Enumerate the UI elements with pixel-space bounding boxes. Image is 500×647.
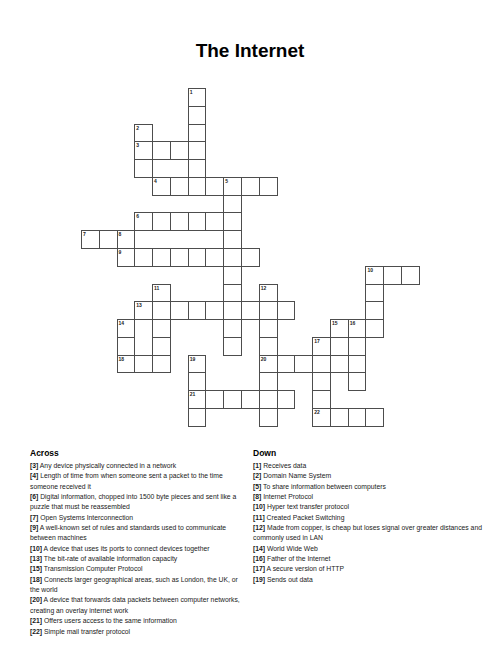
cell-number: 2 bbox=[136, 126, 139, 131]
grid-cell[interactable] bbox=[152, 319, 171, 338]
grid-cell[interactable] bbox=[188, 372, 207, 391]
grid-cell[interactable] bbox=[152, 301, 171, 320]
clue-across-9: [9] A well-known set of rules and standa… bbox=[30, 523, 247, 544]
grid-cell[interactable] bbox=[294, 355, 313, 374]
clue-across-4: [4] Length of time from when someone sen… bbox=[30, 471, 247, 492]
grid-cell[interactable] bbox=[170, 301, 189, 320]
grid-cell[interactable] bbox=[348, 355, 367, 374]
cell-number: 11 bbox=[154, 286, 159, 291]
grid-cell[interactable] bbox=[188, 408, 207, 427]
grid-cell[interactable] bbox=[152, 141, 171, 160]
cell-number: 10 bbox=[367, 268, 373, 273]
grid-cell[interactable] bbox=[170, 141, 189, 160]
grid-cell[interactable] bbox=[223, 266, 242, 285]
clue-across-3: [3] Any device physically connected in a… bbox=[30, 461, 247, 471]
grid-cell[interactable] bbox=[312, 372, 331, 391]
cell-number: 3 bbox=[136, 143, 139, 148]
grid-cell[interactable] bbox=[223, 337, 242, 356]
cell-number: 8 bbox=[119, 232, 122, 237]
clue-across-15: [15] Transmission Computer Protocol bbox=[30, 564, 247, 574]
grid-cell[interactable] bbox=[241, 390, 260, 409]
grid-cell[interactable] bbox=[348, 337, 367, 356]
grid-cell[interactable] bbox=[277, 390, 296, 409]
grid-cell[interactable] bbox=[348, 408, 367, 427]
grid-cell[interactable] bbox=[134, 159, 153, 178]
grid-cell[interactable] bbox=[188, 141, 207, 160]
grid-cell[interactable] bbox=[365, 284, 384, 303]
cell-number: 20 bbox=[261, 357, 267, 362]
clue-across-7: [7] Open Systems Interconnection bbox=[30, 513, 247, 523]
clue-down-10: [10] Hyper text transfer protocol bbox=[253, 502, 485, 512]
grid-cell[interactable] bbox=[188, 177, 207, 196]
grid-cell[interactable] bbox=[259, 390, 278, 409]
grid-cell[interactable] bbox=[383, 266, 402, 285]
clue-across-10: [10] A device that uses its ports to con… bbox=[30, 544, 247, 554]
clue-across-21: [21] Offers users access to the same inf… bbox=[30, 616, 247, 626]
grid-cell[interactable] bbox=[205, 248, 224, 267]
clue-across-22: [22] Simple mail transfer protocol bbox=[30, 627, 247, 637]
across-clues-section: Across [3] Any device physically connect… bbox=[30, 449, 247, 637]
grid-cell[interactable] bbox=[152, 355, 171, 374]
clue-down-19: [19] Sends out data bbox=[253, 575, 485, 585]
cell-number: 17 bbox=[314, 339, 320, 344]
cell-number: 4 bbox=[154, 179, 157, 184]
grid-cell[interactable] bbox=[188, 248, 207, 267]
grid-cell[interactable] bbox=[330, 355, 349, 374]
cell-number: 5 bbox=[225, 179, 228, 184]
grid-cell[interactable] bbox=[188, 124, 207, 143]
grid-cell[interactable] bbox=[134, 355, 153, 374]
clue-down-16: [16] Father of the Internet bbox=[253, 554, 485, 564]
cell-number: 7 bbox=[83, 232, 86, 237]
clue-down-8: [8] Internet Protocol bbox=[253, 492, 485, 502]
grid-cell[interactable] bbox=[223, 390, 242, 409]
grid-cell[interactable] bbox=[259, 177, 278, 196]
grid-cell[interactable] bbox=[223, 248, 242, 267]
page-title: The Internet bbox=[0, 40, 500, 62]
grid-cell[interactable] bbox=[205, 177, 224, 196]
grid-cell[interactable] bbox=[170, 248, 189, 267]
grid-cell[interactable] bbox=[259, 408, 278, 427]
across-header: Across bbox=[30, 449, 247, 458]
grid-cell[interactable] bbox=[348, 372, 367, 391]
grid-cell[interactable] bbox=[277, 355, 296, 374]
across-clue-list: [3] Any device physically connected in a… bbox=[30, 461, 247, 637]
cell-number: 21 bbox=[190, 392, 196, 397]
down-clue-list: [1] Receives data[2] Domain Name System[… bbox=[253, 461, 485, 585]
grid-cell[interactable] bbox=[134, 248, 153, 267]
cell-number: 1 bbox=[190, 90, 193, 95]
clue-down-14: [14] World Wide Web bbox=[253, 544, 485, 554]
clue-down-17: [17] A secure version of HTTP bbox=[253, 564, 485, 574]
grid-cell[interactable] bbox=[401, 266, 420, 285]
grid-cell[interactable] bbox=[241, 248, 260, 267]
clue-across-13: [13] The bit-rate of available informati… bbox=[30, 554, 247, 564]
cell-number: 18 bbox=[119, 357, 125, 362]
clue-down-5: [5] To share information between compute… bbox=[253, 482, 485, 492]
grid-cell[interactable] bbox=[223, 301, 242, 320]
grid-cell[interactable] bbox=[223, 319, 242, 338]
clue-across-6: [6] Digital information, chopped into 15… bbox=[30, 492, 247, 513]
cell-number: 6 bbox=[136, 214, 139, 219]
grid-cell[interactable] bbox=[259, 301, 278, 320]
cell-number: 9 bbox=[119, 250, 122, 255]
cell-number: 14 bbox=[119, 321, 125, 326]
clue-down-12: [12] Made from copper, is cheap but lose… bbox=[253, 523, 485, 544]
grid-cell[interactable] bbox=[365, 408, 384, 427]
grid-cell[interactable] bbox=[241, 177, 260, 196]
grid-cell[interactable] bbox=[170, 177, 189, 196]
grid-cell[interactable] bbox=[223, 195, 242, 214]
grid-cell[interactable] bbox=[312, 355, 331, 374]
grid-cell[interactable] bbox=[259, 319, 278, 338]
grid-cell[interactable] bbox=[241, 301, 260, 320]
cell-number: 16 bbox=[350, 321, 356, 326]
grid-cell[interactable] bbox=[312, 390, 331, 409]
down-header: Down bbox=[253, 449, 485, 458]
clue-down-1: [1] Receives data bbox=[253, 461, 485, 471]
clue-across-18: [18] Connects larger geographical areas,… bbox=[30, 575, 247, 596]
cell-number: 19 bbox=[190, 357, 196, 362]
grid-cell[interactable] bbox=[259, 337, 278, 356]
cell-number: 12 bbox=[261, 286, 267, 291]
grid-cell[interactable] bbox=[188, 212, 207, 231]
grid-cell[interactable] bbox=[117, 337, 136, 356]
grid-cell[interactable] bbox=[259, 372, 278, 391]
grid-cell[interactable] bbox=[152, 248, 171, 267]
grid-cell[interactable] bbox=[205, 390, 224, 409]
cell-number: 15 bbox=[332, 321, 338, 326]
grid-cell[interactable] bbox=[330, 408, 349, 427]
grid-cell[interactable] bbox=[223, 212, 242, 231]
clue-across-20: [20] A device that forwards data packets… bbox=[30, 595, 247, 616]
grid-cell[interactable] bbox=[170, 212, 189, 231]
down-clues-section: Down [1] Receives data[2] Domain Name Sy… bbox=[253, 449, 485, 585]
grid-cell[interactable] bbox=[152, 337, 171, 356]
grid-cell[interactable] bbox=[223, 230, 242, 249]
grid-cell[interactable] bbox=[205, 212, 224, 231]
crossword-grid: 12345678910111213141516171819202122 bbox=[81, 88, 421, 428]
grid-cell[interactable] bbox=[188, 106, 207, 125]
grid-cell[interactable] bbox=[152, 212, 171, 231]
cell-number: 22 bbox=[314, 410, 320, 415]
grid-cell[interactable] bbox=[365, 301, 384, 320]
grid-cell[interactable] bbox=[205, 301, 224, 320]
grid-cell[interactable] bbox=[223, 284, 242, 303]
clue-down-2: [2] Domain Name System bbox=[253, 471, 485, 481]
grid-cell[interactable] bbox=[188, 159, 207, 178]
grid-cell[interactable] bbox=[365, 319, 384, 338]
grid-cell[interactable] bbox=[99, 230, 118, 249]
grid-cell[interactable] bbox=[188, 301, 207, 320]
clue-down-11: [11] Created Packet Switching bbox=[253, 513, 485, 523]
grid-cell[interactable] bbox=[277, 301, 296, 320]
cell-number: 13 bbox=[136, 303, 142, 308]
